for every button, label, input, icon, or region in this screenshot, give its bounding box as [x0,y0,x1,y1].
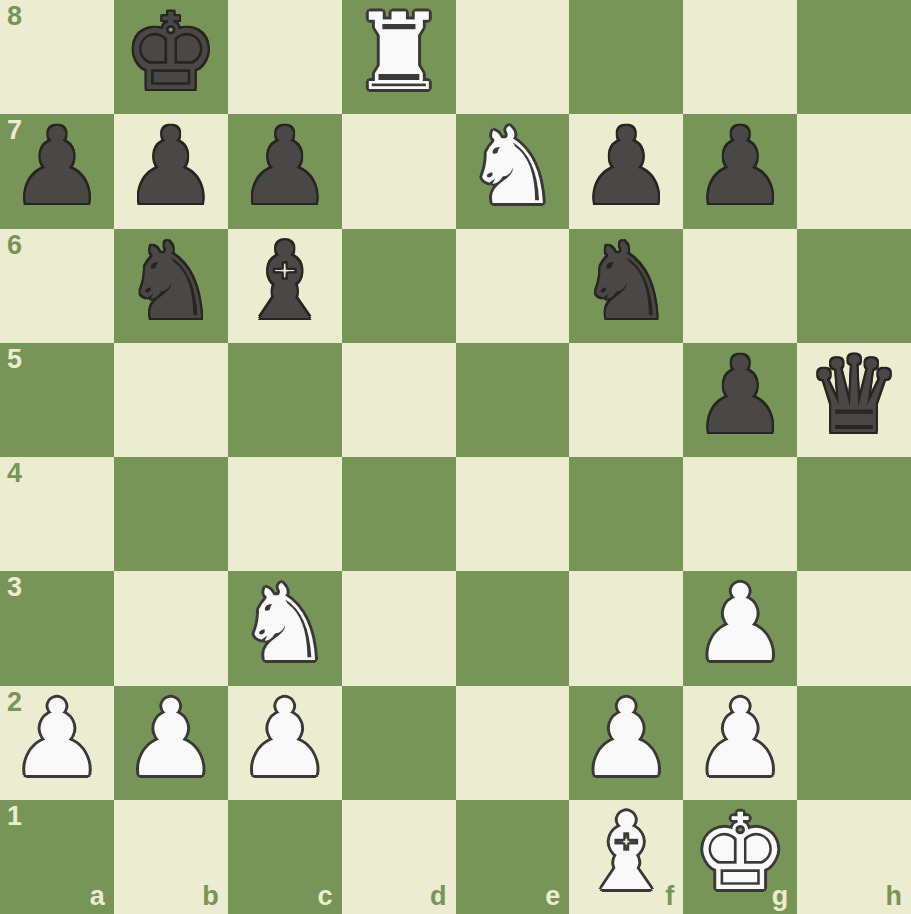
square-f5[interactable] [569,343,683,457]
piece-black-knight[interactable]: ♞ [123,229,218,335]
piece-white-pawn[interactable]: ♟ [693,571,788,677]
square-e5[interactable] [456,343,570,457]
file-label-d: d [430,883,447,910]
piece-white-pawn[interactable]: ♟ [579,686,674,792]
square-f2[interactable]: ♟ [569,686,683,800]
square-f7[interactable]: ♟ [569,114,683,228]
piece-white-knight[interactable]: ♞ [465,114,560,220]
square-d8[interactable]: ♜ [342,0,456,114]
square-b6[interactable]: ♞ [114,229,228,343]
piece-black-knight[interactable]: ♞ [579,229,674,335]
piece-white-king[interactable]: ♚ [693,800,788,906]
square-g7[interactable]: ♟ [683,114,797,228]
square-h3[interactable] [797,571,911,685]
square-f6[interactable]: ♞ [569,229,683,343]
square-a3[interactable]: 3 [0,571,114,685]
square-b2[interactable]: ♟ [114,686,228,800]
piece-black-pawn[interactable]: ♟ [237,114,332,220]
square-h6[interactable] [797,229,911,343]
piece-white-pawn[interactable]: ♟ [237,686,332,792]
square-g5[interactable]: ♟ [683,343,797,457]
square-h4[interactable] [797,457,911,571]
square-g6[interactable] [683,229,797,343]
piece-black-pawn[interactable]: ♟ [693,343,788,449]
square-h2[interactable] [797,686,911,800]
piece-black-queen[interactable]: ♛ [807,343,902,449]
rank-label-4: 4 [7,460,22,487]
file-label-e: e [545,883,560,910]
square-d5[interactable] [342,343,456,457]
square-b8[interactable]: ♚ [114,0,228,114]
square-b3[interactable] [114,571,228,685]
rank-label-8: 8 [7,3,22,30]
square-c6[interactable]: ♝ [228,229,342,343]
square-e3[interactable] [456,571,570,685]
square-b7[interactable]: ♟ [114,114,228,228]
square-h5[interactable]: ♛ [797,343,911,457]
square-e8[interactable] [456,0,570,114]
square-c7[interactable]: ♟ [228,114,342,228]
square-g3[interactable]: ♟ [683,571,797,685]
square-c8[interactable] [228,0,342,114]
file-label-b: b [202,883,219,910]
square-a4[interactable]: 4 [0,457,114,571]
piece-black-king[interactable]: ♚ [123,0,218,106]
square-e6[interactable] [456,229,570,343]
square-a6[interactable]: 6 [0,229,114,343]
piece-white-pawn[interactable]: ♟ [693,686,788,792]
square-c5[interactable] [228,343,342,457]
file-label-h: h [886,883,903,910]
square-e4[interactable] [456,457,570,571]
rank-label-1: 1 [7,803,22,830]
chess-board: 8♚♜7♟♟♟♞♟♟6♞♝♞5♟♛43♞♟2♟♟♟♟♟1abcdef♝g♚h [0,0,911,914]
square-c2[interactable]: ♟ [228,686,342,800]
square-d6[interactable] [342,229,456,343]
piece-black-bishop[interactable]: ♝ [237,229,332,335]
square-d4[interactable] [342,457,456,571]
square-g8[interactable] [683,0,797,114]
rank-label-6: 6 [7,232,22,259]
square-c3[interactable]: ♞ [228,571,342,685]
square-e2[interactable] [456,686,570,800]
piece-white-knight[interactable]: ♞ [237,571,332,677]
square-a5[interactable]: 5 [0,343,114,457]
square-a7[interactable]: 7♟ [0,114,114,228]
piece-black-pawn[interactable]: ♟ [579,114,674,220]
square-d3[interactable] [342,571,456,685]
square-g2[interactable]: ♟ [683,686,797,800]
square-h7[interactable] [797,114,911,228]
piece-white-bishop[interactable]: ♝ [579,800,674,906]
square-g4[interactable] [683,457,797,571]
square-c1[interactable]: c [228,800,342,914]
piece-black-pawn[interactable]: ♟ [9,114,104,220]
piece-white-pawn[interactable]: ♟ [9,686,104,792]
square-b4[interactable] [114,457,228,571]
rank-label-5: 5 [7,346,22,373]
square-h1[interactable]: h [797,800,911,914]
square-d1[interactable]: d [342,800,456,914]
square-c4[interactable] [228,457,342,571]
square-d2[interactable] [342,686,456,800]
rank-label-3: 3 [7,574,22,601]
square-h8[interactable] [797,0,911,114]
square-d7[interactable] [342,114,456,228]
piece-white-rook[interactable]: ♜ [351,0,446,106]
square-b5[interactable] [114,343,228,457]
piece-black-pawn[interactable]: ♟ [693,114,788,220]
file-label-a: a [90,883,105,910]
square-f8[interactable] [569,0,683,114]
square-f3[interactable] [569,571,683,685]
square-e1[interactable]: e [456,800,570,914]
square-a1[interactable]: 1a [0,800,114,914]
piece-white-pawn[interactable]: ♟ [123,686,218,792]
piece-black-pawn[interactable]: ♟ [123,114,218,220]
square-g1[interactable]: g♚ [683,800,797,914]
square-f4[interactable] [569,457,683,571]
square-f1[interactable]: f♝ [569,800,683,914]
square-a2[interactable]: 2♟ [0,686,114,800]
square-b1[interactable]: b [114,800,228,914]
square-a8[interactable]: 8 [0,0,114,114]
square-e7[interactable]: ♞ [456,114,570,228]
file-label-c: c [318,883,333,910]
